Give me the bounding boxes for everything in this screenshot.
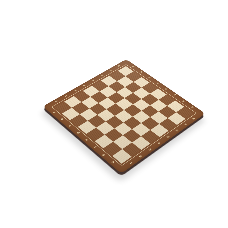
- product-photo-background: abcdefgh abcdefgh 87654321 87654321: [0, 0, 228, 228]
- chess-board: abcdefgh abcdefgh 87654321 87654321: [43, 59, 206, 174]
- board-field: [54, 66, 193, 163]
